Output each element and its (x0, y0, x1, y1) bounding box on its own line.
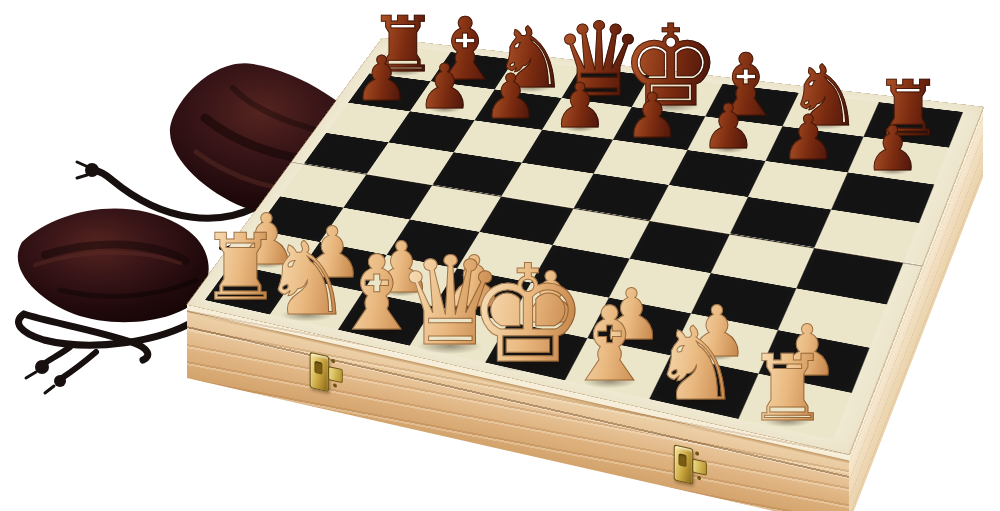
piece-white-bishop-f1[interactable]: ♝ (563, 293, 656, 396)
velvet-pouch-lower (18, 208, 209, 393)
piece-white-knight-g1[interactable]: ♞ (651, 315, 742, 416)
brass-clasp-right (660, 441, 705, 489)
piece-black-pawn-h7[interactable]: ♟ (865, 120, 920, 182)
brass-clasp-left (296, 349, 341, 397)
piece-black-pawn-b7[interactable]: ♟ (417, 58, 472, 120)
piece-black-pawn-a7[interactable]: ♟ (354, 49, 409, 111)
piece-white-rook-h1[interactable]: ♜ (747, 343, 829, 434)
pouch-lower-cord-knot-2 (54, 375, 66, 387)
piece-black-pawn-c7[interactable]: ♟ (483, 67, 538, 129)
pouch-lower-body (18, 208, 209, 322)
piece-black-pawn-f7[interactable]: ♟ (701, 97, 756, 159)
piece-black-pawn-g7[interactable]: ♟ (781, 108, 836, 170)
chess-set-product-photo: Product photo: folding natural pine ches… (0, 0, 1000, 511)
piece-black-pawn-d7[interactable]: ♟ (552, 76, 607, 138)
piece-black-pawn-e7[interactable]: ♟ (625, 86, 680, 148)
